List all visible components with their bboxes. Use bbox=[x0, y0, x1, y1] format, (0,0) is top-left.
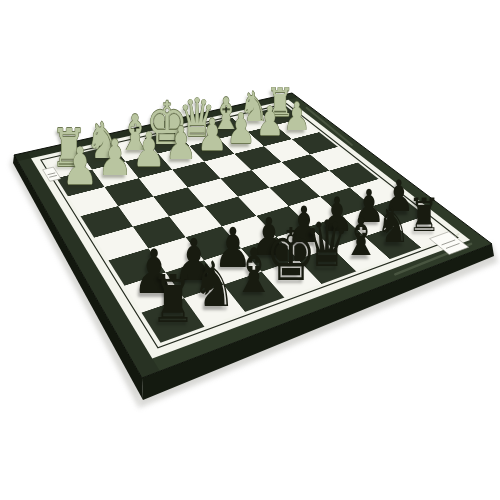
piece-black-bishop[interactable]: ♝ bbox=[232, 241, 275, 303]
piece-white-pawn[interactable]: ♟ bbox=[98, 133, 133, 182]
chess-set-photo: ♜♞♝♛♚♝♞♜♟♟♟♟♟♟♟♟♟♟♟♟♟♟♟♟♜♞♝♛♚♝♞♜ bbox=[0, 0, 500, 500]
piece-white-pawn[interactable]: ♟ bbox=[165, 120, 197, 165]
piece-white-pawn[interactable]: ♟ bbox=[62, 140, 98, 192]
piece-black-knight[interactable]: ♞ bbox=[192, 254, 236, 317]
piece-white-pawn[interactable]: ♟ bbox=[132, 127, 165, 174]
piece-black-rook[interactable]: ♜ bbox=[149, 266, 196, 332]
piece-white-pawn[interactable]: ♟ bbox=[283, 97, 310, 136]
piece-white-pawn[interactable]: ♟ bbox=[255, 102, 283, 142]
piece-white-pawn[interactable]: ♟ bbox=[196, 114, 227, 158]
piece-black-rook[interactable]: ♜ bbox=[407, 193, 440, 239]
piece-white-pawn[interactable]: ♟ bbox=[226, 108, 256, 150]
piece-black-knight[interactable]: ♞ bbox=[376, 202, 410, 251]
